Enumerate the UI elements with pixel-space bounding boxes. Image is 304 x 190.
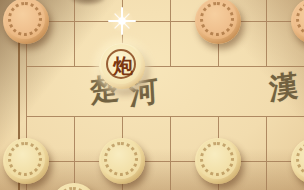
piece-ring-ornament bbox=[8, 2, 42, 36]
last-move-origin-sparkle bbox=[104, 3, 140, 39]
piece-cannon-red[interactable]: 炮 bbox=[99, 43, 145, 89]
piece-face bbox=[5, 0, 45, 39]
piece-ring-ornament bbox=[296, 142, 304, 176]
piece-ring-ornament bbox=[8, 142, 42, 176]
piece-face bbox=[197, 139, 237, 179]
piece-face bbox=[197, 0, 237, 39]
xiangqi-board[interactable]: 楚 河 漢 炮 bbox=[0, 0, 304, 190]
piece-hidden-near[interactable] bbox=[3, 138, 49, 184]
river-text-han: 漢 bbox=[268, 71, 298, 104]
piece-face bbox=[5, 139, 45, 179]
piece-face bbox=[101, 139, 141, 179]
piece-hidden-far[interactable] bbox=[3, 0, 49, 44]
piece-ring-ornament bbox=[104, 142, 138, 176]
piece-face: 炮 bbox=[101, 44, 141, 84]
piece-hidden-near[interactable] bbox=[195, 138, 241, 184]
piece-ring-ornament bbox=[56, 187, 90, 190]
piece-ring-ornament bbox=[296, 2, 304, 36]
piece-hidden-far[interactable] bbox=[195, 0, 241, 44]
piece-hidden-near[interactable] bbox=[99, 138, 145, 184]
piece-ring-ornament bbox=[200, 142, 234, 176]
piece-character: 炮 bbox=[101, 44, 145, 88]
piece-ring-ornament bbox=[200, 2, 234, 36]
